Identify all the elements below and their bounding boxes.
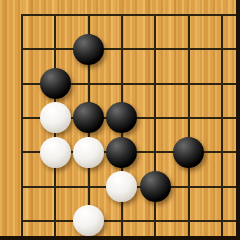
black-stone[interactable] [106,137,137,168]
black-stone[interactable] [73,102,104,133]
black-stone[interactable] [40,68,71,99]
black-stone[interactable] [106,102,137,133]
black-stone[interactable] [140,171,171,202]
black-stone[interactable] [173,137,204,168]
go-board-screenshot [0,0,240,240]
black-stone[interactable] [73,34,104,65]
board-crop-border-right [236,0,240,240]
white-stone[interactable] [40,137,71,168]
board-crop-border-bottom [0,236,240,240]
white-stone[interactable] [73,137,104,168]
white-stone[interactable] [73,205,104,236]
grid-horizontal-line [21,48,240,50]
white-stone[interactable] [106,171,137,202]
grid-horizontal-line [21,14,240,16]
white-stone[interactable] [40,102,71,133]
grid-horizontal-line [21,220,240,222]
